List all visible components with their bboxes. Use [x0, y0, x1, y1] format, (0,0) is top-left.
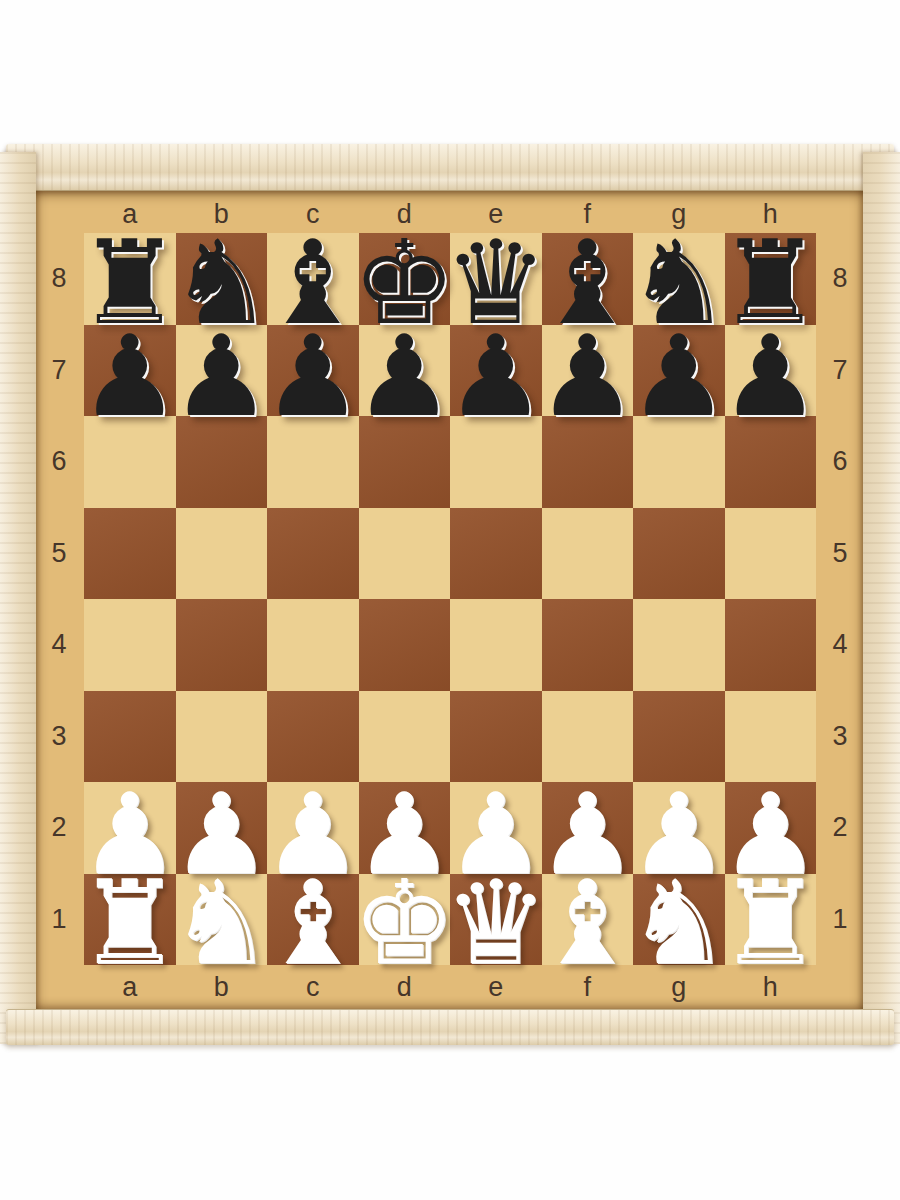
square-e5[interactable] [450, 508, 542, 600]
square-f5[interactable] [542, 508, 634, 600]
square-c4[interactable] [267, 599, 359, 691]
piece-white-bishop[interactable]: ♝ [535, 865, 639, 981]
square-d5[interactable] [359, 508, 451, 600]
piece-black-pawn[interactable]: ♟ [263, 320, 363, 432]
square-d4[interactable] [359, 599, 451, 691]
piece-white-knight[interactable]: ♞ [169, 865, 273, 981]
wooden-frame-left-plank [0, 152, 36, 1044]
piece-white-queen[interactable]: ♛ [444, 865, 548, 981]
square-a4[interactable] [84, 599, 176, 691]
square-c7[interactable]: ♟ [267, 325, 359, 417]
product-photo: abcdefgh8♜♞♝♚♛♝♞♜87♟♟♟♟♟♟♟♟7665544332♟♟♟… [0, 0, 900, 1200]
square-g7[interactable]: ♟ [633, 325, 725, 417]
piece-black-pawn[interactable]: ♟ [80, 320, 180, 432]
square-h7[interactable]: ♟ [725, 325, 817, 417]
square-g4[interactable] [633, 599, 725, 691]
square-b7[interactable]: ♟ [176, 325, 268, 417]
rank-label-right-1: 1 [816, 874, 864, 966]
board-margin-corner [816, 965, 864, 1009]
square-g5[interactable] [633, 508, 725, 600]
square-f7[interactable]: ♟ [542, 325, 634, 417]
square-b1[interactable]: ♞ [176, 874, 268, 966]
piece-white-rook[interactable]: ♜ [718, 865, 822, 981]
chess-board: abcdefgh8♜♞♝♚♛♝♞♜87♟♟♟♟♟♟♟♟7665544332♟♟♟… [34, 189, 864, 1009]
piece-black-pawn[interactable]: ♟ [446, 320, 546, 432]
rank-label-left-5: 5 [34, 508, 84, 600]
square-e4[interactable] [450, 599, 542, 691]
rank-label-right-3: 3 [816, 691, 864, 783]
square-e1[interactable]: ♛ [450, 874, 542, 966]
rank-label-left-2: 2 [34, 782, 84, 874]
rank-label-left-7: 7 [34, 325, 84, 417]
square-b5[interactable] [176, 508, 268, 600]
square-f1[interactable]: ♝ [542, 874, 634, 966]
square-b4[interactable] [176, 599, 268, 691]
square-h4[interactable] [725, 599, 817, 691]
rank-label-right-4: 4 [816, 599, 864, 691]
square-c1[interactable]: ♝ [267, 874, 359, 966]
rank-label-left-8: 8 [34, 233, 84, 325]
square-e7[interactable]: ♟ [450, 325, 542, 417]
square-a1[interactable]: ♜ [84, 874, 176, 966]
rank-label-right-8: 8 [816, 233, 864, 325]
square-g1[interactable]: ♞ [633, 874, 725, 966]
piece-white-rook[interactable]: ♜ [78, 865, 182, 981]
piece-black-pawn[interactable]: ♟ [629, 320, 729, 432]
piece-black-pawn[interactable]: ♟ [171, 320, 271, 432]
rank-label-left-6: 6 [34, 416, 84, 508]
board-margin-corner [816, 189, 864, 233]
piece-black-pawn[interactable]: ♟ [354, 320, 454, 432]
rank-label-right-6: 6 [816, 416, 864, 508]
piece-black-pawn[interactable]: ♟ [537, 320, 637, 432]
wooden-frame-bottom-rail [6, 1009, 894, 1045]
square-f4[interactable] [542, 599, 634, 691]
wooden-frame-top-rail [6, 144, 894, 191]
square-d7[interactable]: ♟ [359, 325, 451, 417]
piece-white-knight[interactable]: ♞ [627, 865, 731, 981]
square-a5[interactable] [84, 508, 176, 600]
piece-white-king[interactable]: ♚ [352, 865, 456, 981]
wooden-frame-right-plank [863, 152, 900, 1044]
piece-white-bishop[interactable]: ♝ [261, 865, 365, 981]
rank-label-right-5: 5 [816, 508, 864, 600]
rank-label-right-2: 2 [816, 782, 864, 874]
square-h1[interactable]: ♜ [725, 874, 817, 966]
square-a7[interactable]: ♟ [84, 325, 176, 417]
square-h5[interactable] [725, 508, 817, 600]
rank-label-left-1: 1 [34, 874, 84, 966]
rank-label-left-3: 3 [34, 691, 84, 783]
square-c5[interactable] [267, 508, 359, 600]
piece-black-pawn[interactable]: ♟ [720, 320, 820, 432]
rank-label-left-4: 4 [34, 599, 84, 691]
board-margin-corner [34, 965, 84, 1009]
board-margin-corner [34, 189, 84, 233]
square-d1[interactable]: ♚ [359, 874, 451, 966]
rank-label-right-7: 7 [816, 325, 864, 417]
